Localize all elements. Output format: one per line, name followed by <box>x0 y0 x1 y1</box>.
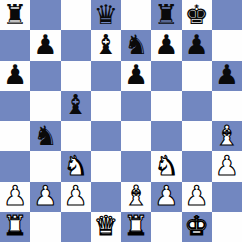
square-c5[interactable]: ♝ <box>61 91 91 121</box>
square-b3[interactable] <box>30 151 60 181</box>
square-b2[interactable]: ♟ <box>30 182 60 212</box>
square-g6[interactable] <box>182 61 212 91</box>
black-pawn[interactable]: ♟ <box>33 31 57 58</box>
white-pawn[interactable]: ♟ <box>154 182 178 209</box>
square-b1[interactable] <box>30 212 60 242</box>
square-g1[interactable]: ♚ <box>182 212 212 242</box>
square-a6[interactable]: ♟ <box>0 61 30 91</box>
black-bishop[interactable]: ♝ <box>64 91 88 118</box>
black-king[interactable]: ♚ <box>185 1 209 28</box>
black-pawn[interactable]: ♟ <box>124 61 148 88</box>
black-pawn[interactable]: ♟ <box>215 61 239 88</box>
square-h7[interactable] <box>212 30 242 60</box>
square-h3[interactable]: ♟ <box>212 151 242 181</box>
white-pawn[interactable]: ♟ <box>33 182 57 209</box>
square-a4[interactable] <box>0 121 30 151</box>
square-h2[interactable] <box>212 182 242 212</box>
white-bishop[interactable]: ♝ <box>215 122 239 149</box>
square-d7[interactable]: ♝ <box>91 30 121 60</box>
square-e8[interactable] <box>121 0 151 30</box>
black-bishop[interactable]: ♝ <box>94 31 118 58</box>
square-b8[interactable] <box>30 0 60 30</box>
white-king[interactable]: ♚ <box>185 212 209 239</box>
black-pawn[interactable]: ♟ <box>3 61 27 88</box>
square-f4[interactable] <box>151 121 181 151</box>
square-c2[interactable]: ♟ <box>61 182 91 212</box>
square-d3[interactable] <box>91 151 121 181</box>
square-g7[interactable]: ♟ <box>182 30 212 60</box>
square-d2[interactable] <box>91 182 121 212</box>
square-h6[interactable]: ♟ <box>212 61 242 91</box>
square-f6[interactable] <box>151 61 181 91</box>
black-rook[interactable]: ♜ <box>154 1 178 28</box>
square-h8[interactable] <box>212 0 242 30</box>
square-c8[interactable] <box>61 0 91 30</box>
white-rook[interactable]: ♜ <box>124 212 148 239</box>
square-a7[interactable] <box>0 30 30 60</box>
white-queen[interactable]: ♛ <box>94 212 118 239</box>
square-h1[interactable] <box>212 212 242 242</box>
white-rook[interactable]: ♜ <box>3 212 27 239</box>
square-g2[interactable]: ♟ <box>182 182 212 212</box>
black-rook[interactable]: ♜ <box>3 1 27 28</box>
white-knight[interactable]: ♞ <box>154 152 178 179</box>
square-d8[interactable]: ♛ <box>91 0 121 30</box>
square-c7[interactable] <box>61 30 91 60</box>
square-d6[interactable] <box>91 61 121 91</box>
white-knight[interactable]: ♞ <box>64 152 88 179</box>
square-b6[interactable] <box>30 61 60 91</box>
square-h5[interactable] <box>212 91 242 121</box>
square-c3[interactable]: ♞ <box>61 151 91 181</box>
white-pawn[interactable]: ♟ <box>64 182 88 209</box>
black-knight[interactable]: ♞ <box>33 122 57 149</box>
square-e3[interactable] <box>121 151 151 181</box>
square-f2[interactable]: ♟ <box>151 182 181 212</box>
square-a8[interactable]: ♜ <box>0 0 30 30</box>
square-b4[interactable]: ♞ <box>30 121 60 151</box>
square-d4[interactable] <box>91 121 121 151</box>
square-a5[interactable] <box>0 91 30 121</box>
white-pawn[interactable]: ♟ <box>3 182 27 209</box>
square-c1[interactable] <box>61 212 91 242</box>
square-f5[interactable] <box>151 91 181 121</box>
square-a2[interactable]: ♟ <box>0 182 30 212</box>
square-e7[interactable]: ♞ <box>121 30 151 60</box>
white-pawn[interactable]: ♟ <box>215 152 239 179</box>
white-pawn[interactable]: ♟ <box>185 182 209 209</box>
square-g5[interactable] <box>182 91 212 121</box>
square-f7[interactable]: ♟ <box>151 30 181 60</box>
black-pawn[interactable]: ♟ <box>154 31 178 58</box>
square-b5[interactable] <box>30 91 60 121</box>
square-g3[interactable] <box>182 151 212 181</box>
square-f3[interactable]: ♞ <box>151 151 181 181</box>
square-a1[interactable]: ♜ <box>0 212 30 242</box>
black-queen[interactable]: ♛ <box>94 1 118 28</box>
black-knight[interactable]: ♞ <box>124 31 148 58</box>
square-f1[interactable] <box>151 212 181 242</box>
square-h4[interactable]: ♝ <box>212 121 242 151</box>
square-e5[interactable] <box>121 91 151 121</box>
square-f8[interactable]: ♜ <box>151 0 181 30</box>
square-c4[interactable] <box>61 121 91 151</box>
chess-board: ♜♛♜♚♟♝♞♟♟♟♟♟♝♞♝♞♞♟♟♟♟♝♟♟♜♛♜♚ <box>0 0 242 242</box>
white-bishop[interactable]: ♝ <box>124 182 148 209</box>
square-d1[interactable]: ♛ <box>91 212 121 242</box>
square-e2[interactable]: ♝ <box>121 182 151 212</box>
square-d5[interactable] <box>91 91 121 121</box>
square-e1[interactable]: ♜ <box>121 212 151 242</box>
square-g8[interactable]: ♚ <box>182 0 212 30</box>
square-b7[interactable]: ♟ <box>30 30 60 60</box>
black-pawn[interactable]: ♟ <box>185 31 209 58</box>
square-g4[interactable] <box>182 121 212 151</box>
square-e6[interactable]: ♟ <box>121 61 151 91</box>
square-c6[interactable] <box>61 61 91 91</box>
square-a3[interactable] <box>0 151 30 181</box>
square-e4[interactable] <box>121 121 151 151</box>
